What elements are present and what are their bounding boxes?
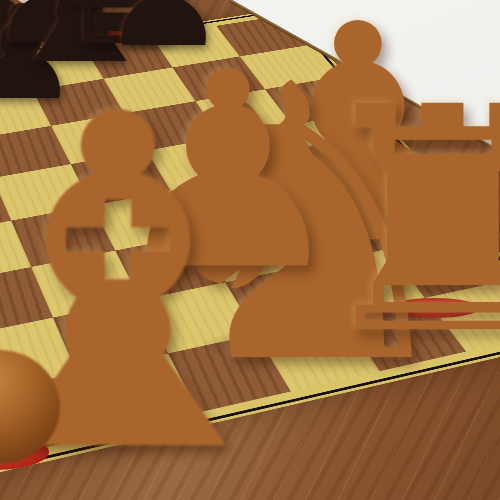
- chess-set-photo: ♟ ♟ ♟ ♝ ♚ ♟ ♟ ♞ ♜ ♟ ♝: [0, 0, 500, 500]
